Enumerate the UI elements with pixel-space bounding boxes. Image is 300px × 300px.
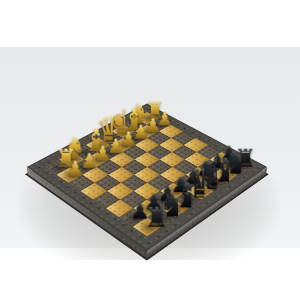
chess-board: ♜♞♝♛♚♝♞♜♟♟♟♟♟♟♟♟♟♟♟♟♟♟♟♟♜♞♝♛♚♝♞♜ (27, 103, 267, 250)
board-grid: ♜♞♝♛♚♝♞♜♟♟♟♟♟♟♟♟♟♟♟♟♟♟♟♟♜♞♝♛♚♝♞♜ (45, 112, 249, 236)
piece-gold-pawn: ♟ (66, 158, 84, 178)
square-c5 (121, 175, 147, 191)
board-frame: ♜♞♝♛♚♝♞♜♟♟♟♟♟♟♟♟♟♟♟♟♟♟♟♟♜♞♝♛♚♝♞♜ (27, 103, 267, 250)
piece-black-rook: ♜ (144, 203, 164, 231)
photo-canvas: ♜♞♝♛♚♝♞♜♟♟♟♟♟♟♟♟♟♟♟♟♟♟♟♟♜♞♝♛♚♝♞♜ (0, 0, 300, 300)
scene-3d: ♜♞♝♛♚♝♞♜♟♟♟♟♟♟♟♟♟♟♟♟♟♟♟♟♜♞♝♛♚♝♞♜ (0, 0, 300, 300)
